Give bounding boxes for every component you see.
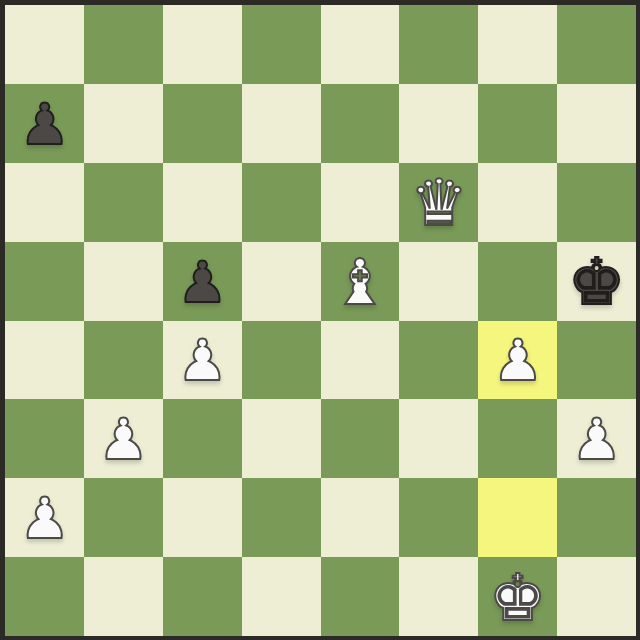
white-pawn[interactable]: ♟	[19, 490, 70, 547]
white-pawn[interactable]: ♟	[98, 411, 149, 468]
square-d6[interactable]	[242, 163, 321, 242]
white-pawn[interactable]: ♟	[492, 332, 543, 389]
square-h3[interactable]: ♟	[557, 399, 636, 478]
square-b2[interactable]	[84, 478, 163, 557]
square-f6[interactable]: ♛	[399, 163, 478, 242]
white-pawn[interactable]: ♟	[177, 332, 228, 389]
square-g2[interactable]	[478, 478, 557, 557]
square-h5[interactable]: ♚	[557, 242, 636, 321]
square-h7[interactable]	[557, 84, 636, 163]
square-b1[interactable]	[84, 557, 163, 636]
white-king[interactable]: ♚	[489, 566, 546, 630]
square-f8[interactable]	[399, 5, 478, 84]
square-a7[interactable]: ♟	[5, 84, 84, 163]
square-a3[interactable]	[5, 399, 84, 478]
square-d8[interactable]	[242, 5, 321, 84]
square-f3[interactable]	[399, 399, 478, 478]
square-d4[interactable]	[242, 321, 321, 400]
square-g7[interactable]	[478, 84, 557, 163]
square-c3[interactable]	[163, 399, 242, 478]
square-h6[interactable]	[557, 163, 636, 242]
black-pawn[interactable]: ♟	[19, 96, 70, 153]
square-e3[interactable]	[321, 399, 400, 478]
black-king[interactable]: ♚	[568, 250, 625, 314]
square-f7[interactable]	[399, 84, 478, 163]
square-d2[interactable]	[242, 478, 321, 557]
square-c5[interactable]: ♟	[163, 242, 242, 321]
square-e4[interactable]	[321, 321, 400, 400]
square-f1[interactable]	[399, 557, 478, 636]
square-f2[interactable]	[399, 478, 478, 557]
square-h8[interactable]	[557, 5, 636, 84]
square-a5[interactable]	[5, 242, 84, 321]
square-e8[interactable]	[321, 5, 400, 84]
square-b5[interactable]	[84, 242, 163, 321]
square-d5[interactable]	[242, 242, 321, 321]
square-a1[interactable]	[5, 557, 84, 636]
board-frame: ♟♛♟♝♚♟♟♟♟♟♚	[0, 0, 640, 640]
square-e5[interactable]: ♝	[321, 242, 400, 321]
square-c1[interactable]	[163, 557, 242, 636]
square-e6[interactable]	[321, 163, 400, 242]
square-b3[interactable]: ♟	[84, 399, 163, 478]
square-b6[interactable]	[84, 163, 163, 242]
white-bishop[interactable]: ♝	[332, 251, 388, 314]
square-a4[interactable]	[5, 321, 84, 400]
square-c4[interactable]: ♟	[163, 321, 242, 400]
square-g8[interactable]	[478, 5, 557, 84]
black-pawn[interactable]: ♟	[177, 254, 228, 311]
square-b8[interactable]	[84, 5, 163, 84]
square-d7[interactable]	[242, 84, 321, 163]
square-c6[interactable]	[163, 163, 242, 242]
square-b7[interactable]	[84, 84, 163, 163]
square-c7[interactable]	[163, 84, 242, 163]
square-g4[interactable]: ♟	[478, 321, 557, 400]
square-f5[interactable]	[399, 242, 478, 321]
square-h4[interactable]	[557, 321, 636, 400]
square-h1[interactable]	[557, 557, 636, 636]
square-g3[interactable]	[478, 399, 557, 478]
square-e1[interactable]	[321, 557, 400, 636]
square-g1[interactable]: ♚	[478, 557, 557, 636]
square-e7[interactable]	[321, 84, 400, 163]
square-h2[interactable]	[557, 478, 636, 557]
white-queen[interactable]: ♛	[410, 171, 467, 235]
square-g5[interactable]	[478, 242, 557, 321]
white-pawn[interactable]: ♟	[571, 411, 622, 468]
square-c2[interactable]	[163, 478, 242, 557]
chess-board: ♟♛♟♝♚♟♟♟♟♟♚	[5, 5, 636, 636]
square-b4[interactable]	[84, 321, 163, 400]
square-a2[interactable]: ♟	[5, 478, 84, 557]
square-e2[interactable]	[321, 478, 400, 557]
square-c8[interactable]	[163, 5, 242, 84]
square-a8[interactable]	[5, 5, 84, 84]
square-d1[interactable]	[242, 557, 321, 636]
square-f4[interactable]	[399, 321, 478, 400]
square-g6[interactable]	[478, 163, 557, 242]
square-a6[interactable]	[5, 163, 84, 242]
square-d3[interactable]	[242, 399, 321, 478]
